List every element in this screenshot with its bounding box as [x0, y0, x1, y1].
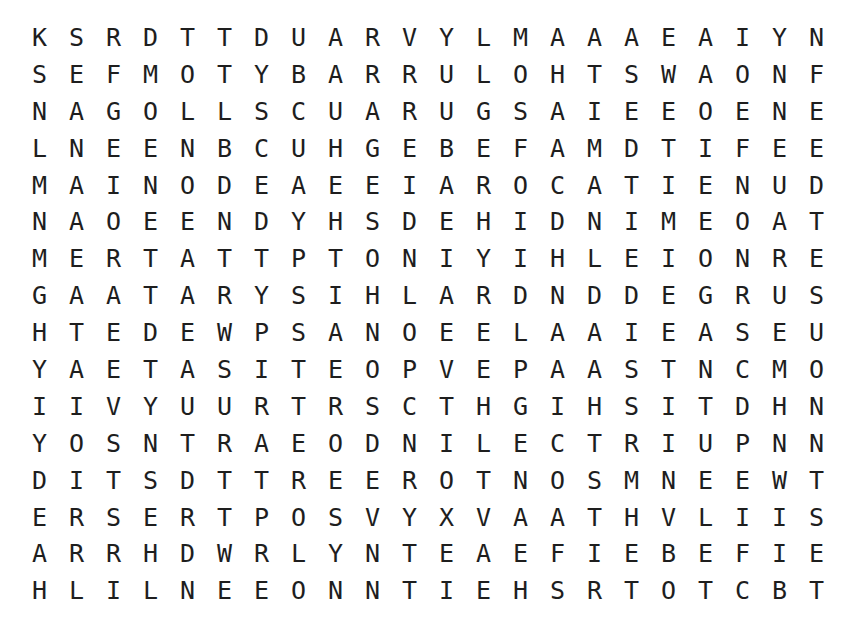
- grid-cell[interactable]: I: [687, 130, 724, 167]
- grid-cell[interactable]: R: [354, 56, 391, 93]
- grid-cell[interactable]: T: [206, 19, 243, 56]
- grid-cell[interactable]: D: [539, 203, 576, 240]
- grid-cell[interactable]: A: [576, 167, 613, 204]
- grid-cell[interactable]: E: [613, 93, 650, 130]
- grid-cell[interactable]: R: [58, 535, 95, 572]
- grid-cell[interactable]: E: [724, 93, 761, 130]
- grid-cell[interactable]: A: [428, 167, 465, 204]
- grid-cell[interactable]: P: [243, 314, 280, 351]
- grid-cell[interactable]: O: [317, 425, 354, 462]
- grid-cell[interactable]: D: [613, 277, 650, 314]
- grid-cell[interactable]: A: [539, 130, 576, 167]
- grid-cell[interactable]: S: [576, 462, 613, 499]
- grid-cell[interactable]: L: [391, 277, 428, 314]
- grid-cell[interactable]: E: [798, 130, 835, 167]
- grid-cell[interactable]: Y: [21, 425, 58, 462]
- grid-cell[interactable]: I: [613, 314, 650, 351]
- grid-cell[interactable]: T: [243, 462, 280, 499]
- grid-cell[interactable]: N: [798, 425, 835, 462]
- grid-cell[interactable]: E: [798, 93, 835, 130]
- grid-cell[interactable]: I: [58, 462, 95, 499]
- grid-cell[interactable]: P: [280, 240, 317, 277]
- grid-cell[interactable]: R: [58, 499, 95, 536]
- grid-cell[interactable]: S: [539, 572, 576, 609]
- grid-cell[interactable]: K: [21, 19, 58, 56]
- grid-cell[interactable]: G: [95, 93, 132, 130]
- grid-cell[interactable]: N: [317, 572, 354, 609]
- grid-cell[interactable]: N: [391, 425, 428, 462]
- grid-cell[interactable]: T: [58, 314, 95, 351]
- grid-cell[interactable]: E: [428, 203, 465, 240]
- grid-cell[interactable]: O: [354, 240, 391, 277]
- grid-cell[interactable]: A: [613, 19, 650, 56]
- grid-cell[interactable]: A: [95, 277, 132, 314]
- grid-cell[interactable]: V: [465, 499, 502, 536]
- grid-cell[interactable]: S: [354, 203, 391, 240]
- grid-cell[interactable]: V: [391, 19, 428, 56]
- grid-cell[interactable]: H: [465, 388, 502, 425]
- grid-cell[interactable]: S: [206, 351, 243, 388]
- grid-cell[interactable]: T: [95, 462, 132, 499]
- grid-cell[interactable]: E: [317, 351, 354, 388]
- grid-cell[interactable]: E: [650, 19, 687, 56]
- grid-cell[interactable]: U: [761, 167, 798, 204]
- grid-cell[interactable]: A: [317, 56, 354, 93]
- grid-cell[interactable]: D: [502, 277, 539, 314]
- grid-cell[interactable]: R: [576, 572, 613, 609]
- grid-cell[interactable]: H: [502, 572, 539, 609]
- grid-cell[interactable]: A: [280, 167, 317, 204]
- grid-cell[interactable]: T: [613, 167, 650, 204]
- grid-cell[interactable]: N: [687, 351, 724, 388]
- grid-cell[interactable]: R: [391, 56, 428, 93]
- grid-cell[interactable]: S: [502, 93, 539, 130]
- grid-cell[interactable]: T: [243, 240, 280, 277]
- grid-cell[interactable]: N: [21, 203, 58, 240]
- grid-cell[interactable]: I: [650, 240, 687, 277]
- grid-cell[interactable]: A: [58, 167, 95, 204]
- grid-cell[interactable]: E: [391, 130, 428, 167]
- grid-cell[interactable]: E: [798, 535, 835, 572]
- grid-cell[interactable]: N: [169, 130, 206, 167]
- grid-cell[interactable]: T: [613, 572, 650, 609]
- grid-cell[interactable]: E: [798, 240, 835, 277]
- grid-cell[interactable]: S: [280, 314, 317, 351]
- grid-cell[interactable]: E: [502, 535, 539, 572]
- grid-cell[interactable]: V: [95, 388, 132, 425]
- grid-cell[interactable]: O: [539, 462, 576, 499]
- grid-cell[interactable]: N: [354, 314, 391, 351]
- grid-cell[interactable]: E: [687, 203, 724, 240]
- grid-cell[interactable]: Y: [243, 56, 280, 93]
- grid-cell[interactable]: R: [465, 167, 502, 204]
- grid-cell[interactable]: G: [465, 93, 502, 130]
- grid-cell[interactable]: E: [169, 314, 206, 351]
- grid-cell[interactable]: H: [317, 203, 354, 240]
- grid-cell[interactable]: O: [798, 351, 835, 388]
- grid-cell[interactable]: A: [58, 93, 95, 130]
- grid-cell[interactable]: D: [798, 167, 835, 204]
- grid-cell[interactable]: I: [95, 167, 132, 204]
- grid-cell[interactable]: M: [21, 167, 58, 204]
- grid-cell[interactable]: R: [206, 425, 243, 462]
- grid-cell[interactable]: F: [798, 56, 835, 93]
- grid-cell[interactable]: Y: [761, 19, 798, 56]
- grid-cell[interactable]: T: [169, 19, 206, 56]
- grid-cell[interactable]: L: [502, 314, 539, 351]
- grid-cell[interactable]: S: [613, 56, 650, 93]
- grid-cell[interactable]: N: [761, 56, 798, 93]
- grid-cell[interactable]: S: [21, 56, 58, 93]
- grid-cell[interactable]: N: [761, 425, 798, 462]
- grid-cell[interactable]: P: [243, 499, 280, 536]
- grid-cell[interactable]: Y: [317, 535, 354, 572]
- grid-cell[interactable]: T: [132, 351, 169, 388]
- grid-cell[interactable]: N: [169, 572, 206, 609]
- grid-cell[interactable]: B: [761, 572, 798, 609]
- grid-cell[interactable]: S: [354, 388, 391, 425]
- grid-cell[interactable]: T: [465, 462, 502, 499]
- grid-cell[interactable]: L: [58, 572, 95, 609]
- grid-cell[interactable]: B: [206, 130, 243, 167]
- grid-cell[interactable]: R: [354, 19, 391, 56]
- grid-cell[interactable]: T: [576, 425, 613, 462]
- grid-cell[interactable]: E: [650, 314, 687, 351]
- grid-cell[interactable]: O: [650, 572, 687, 609]
- grid-cell[interactable]: N: [21, 93, 58, 130]
- grid-cell[interactable]: I: [650, 425, 687, 462]
- grid-cell[interactable]: I: [428, 572, 465, 609]
- grid-cell[interactable]: M: [613, 462, 650, 499]
- grid-cell[interactable]: R: [95, 19, 132, 56]
- grid-cell[interactable]: A: [761, 203, 798, 240]
- grid-cell[interactable]: L: [169, 93, 206, 130]
- grid-cell[interactable]: E: [317, 167, 354, 204]
- grid-cell[interactable]: E: [428, 314, 465, 351]
- grid-cell[interactable]: N: [58, 130, 95, 167]
- grid-cell[interactable]: D: [243, 19, 280, 56]
- grid-cell[interactable]: X: [428, 499, 465, 536]
- grid-cell[interactable]: E: [95, 314, 132, 351]
- grid-cell[interactable]: N: [391, 240, 428, 277]
- grid-cell[interactable]: A: [502, 499, 539, 536]
- grid-cell[interactable]: T: [687, 388, 724, 425]
- grid-cell[interactable]: U: [428, 93, 465, 130]
- grid-cell[interactable]: S: [613, 388, 650, 425]
- grid-cell[interactable]: M: [761, 351, 798, 388]
- grid-cell[interactable]: P: [724, 425, 761, 462]
- grid-cell[interactable]: N: [761, 93, 798, 130]
- grid-cell[interactable]: H: [354, 277, 391, 314]
- grid-cell[interactable]: R: [761, 240, 798, 277]
- grid-cell[interactable]: I: [724, 19, 761, 56]
- grid-cell[interactable]: D: [576, 277, 613, 314]
- grid-cell[interactable]: L: [465, 425, 502, 462]
- grid-cell[interactable]: F: [95, 56, 132, 93]
- grid-cell[interactable]: U: [761, 277, 798, 314]
- grid-cell[interactable]: T: [576, 56, 613, 93]
- grid-cell[interactable]: R: [280, 462, 317, 499]
- grid-cell[interactable]: A: [539, 19, 576, 56]
- grid-cell[interactable]: D: [21, 462, 58, 499]
- grid-cell[interactable]: D: [391, 203, 428, 240]
- grid-cell[interactable]: O: [280, 572, 317, 609]
- grid-cell[interactable]: I: [95, 572, 132, 609]
- grid-cell[interactable]: M: [650, 203, 687, 240]
- grid-cell[interactable]: A: [687, 56, 724, 93]
- grid-cell[interactable]: S: [798, 277, 835, 314]
- grid-cell[interactable]: I: [539, 388, 576, 425]
- grid-cell[interactable]: T: [280, 351, 317, 388]
- grid-cell[interactable]: T: [206, 462, 243, 499]
- grid-cell[interactable]: A: [576, 19, 613, 56]
- grid-cell[interactable]: Y: [243, 277, 280, 314]
- grid-cell[interactable]: U: [169, 388, 206, 425]
- grid-cell[interactable]: U: [317, 93, 354, 130]
- grid-cell[interactable]: E: [465, 314, 502, 351]
- grid-cell[interactable]: R: [95, 535, 132, 572]
- grid-cell[interactable]: T: [650, 130, 687, 167]
- grid-cell[interactable]: E: [58, 240, 95, 277]
- grid-cell[interactable]: R: [95, 240, 132, 277]
- grid-cell[interactable]: A: [169, 351, 206, 388]
- grid-cell[interactable]: C: [539, 167, 576, 204]
- grid-cell[interactable]: N: [354, 572, 391, 609]
- grid-cell[interactable]: I: [21, 388, 58, 425]
- grid-cell[interactable]: H: [21, 314, 58, 351]
- grid-cell[interactable]: N: [539, 277, 576, 314]
- grid-cell[interactable]: A: [21, 535, 58, 572]
- grid-cell[interactable]: C: [724, 572, 761, 609]
- grid-cell[interactable]: O: [169, 56, 206, 93]
- grid-cell[interactable]: O: [502, 167, 539, 204]
- grid-cell[interactable]: D: [169, 535, 206, 572]
- grid-cell[interactable]: A: [539, 93, 576, 130]
- grid-cell[interactable]: G: [502, 388, 539, 425]
- grid-cell[interactable]: F: [724, 535, 761, 572]
- grid-cell[interactable]: H: [21, 572, 58, 609]
- grid-cell[interactable]: E: [761, 130, 798, 167]
- grid-cell[interactable]: E: [206, 572, 243, 609]
- grid-cell[interactable]: M: [502, 19, 539, 56]
- grid-cell[interactable]: O: [502, 56, 539, 93]
- grid-cell[interactable]: E: [502, 425, 539, 462]
- grid-cell[interactable]: N: [724, 167, 761, 204]
- grid-cell[interactable]: E: [724, 462, 761, 499]
- grid-cell[interactable]: V: [354, 499, 391, 536]
- grid-cell[interactable]: S: [95, 499, 132, 536]
- grid-cell[interactable]: I: [613, 203, 650, 240]
- grid-cell[interactable]: O: [354, 351, 391, 388]
- grid-cell[interactable]: E: [58, 56, 95, 93]
- grid-cell[interactable]: H: [539, 240, 576, 277]
- grid-cell[interactable]: P: [502, 351, 539, 388]
- grid-cell[interactable]: E: [95, 351, 132, 388]
- grid-cell[interactable]: A: [317, 314, 354, 351]
- grid-cell[interactable]: N: [724, 240, 761, 277]
- grid-cell[interactable]: R: [206, 277, 243, 314]
- grid-cell[interactable]: O: [687, 93, 724, 130]
- grid-cell[interactable]: A: [354, 93, 391, 130]
- grid-cell[interactable]: B: [650, 535, 687, 572]
- grid-cell[interactable]: G: [21, 277, 58, 314]
- grid-cell[interactable]: O: [95, 203, 132, 240]
- grid-cell[interactable]: F: [724, 130, 761, 167]
- grid-cell[interactable]: R: [391, 462, 428, 499]
- grid-cell[interactable]: A: [169, 240, 206, 277]
- grid-cell[interactable]: T: [428, 388, 465, 425]
- grid-cell[interactable]: C: [243, 130, 280, 167]
- grid-cell[interactable]: Y: [428, 19, 465, 56]
- grid-cell[interactable]: N: [798, 19, 835, 56]
- grid-cell[interactable]: E: [280, 425, 317, 462]
- grid-cell[interactable]: F: [502, 130, 539, 167]
- grid-cell[interactable]: S: [243, 93, 280, 130]
- grid-cell[interactable]: I: [58, 388, 95, 425]
- grid-cell[interactable]: S: [95, 425, 132, 462]
- grid-cell[interactable]: C: [280, 93, 317, 130]
- grid-cell[interactable]: A: [58, 277, 95, 314]
- grid-cell[interactable]: L: [465, 19, 502, 56]
- grid-cell[interactable]: L: [280, 535, 317, 572]
- grid-cell[interactable]: I: [428, 240, 465, 277]
- grid-cell[interactable]: E: [687, 167, 724, 204]
- grid-cell[interactable]: C: [391, 388, 428, 425]
- grid-cell[interactable]: E: [21, 499, 58, 536]
- grid-cell[interactable]: A: [58, 351, 95, 388]
- grid-cell[interactable]: T: [687, 572, 724, 609]
- grid-cell[interactable]: E: [354, 167, 391, 204]
- grid-cell[interactable]: O: [280, 499, 317, 536]
- grid-cell[interactable]: E: [650, 93, 687, 130]
- grid-cell[interactable]: A: [169, 277, 206, 314]
- grid-cell[interactable]: E: [465, 130, 502, 167]
- grid-cell[interactable]: T: [169, 425, 206, 462]
- grid-cell[interactable]: I: [243, 351, 280, 388]
- grid-cell[interactable]: I: [650, 167, 687, 204]
- grid-cell[interactable]: A: [317, 19, 354, 56]
- grid-cell[interactable]: I: [391, 167, 428, 204]
- grid-cell[interactable]: I: [502, 240, 539, 277]
- grid-cell[interactable]: R: [391, 93, 428, 130]
- grid-cell[interactable]: D: [132, 19, 169, 56]
- grid-cell[interactable]: H: [576, 388, 613, 425]
- grid-cell[interactable]: C: [539, 425, 576, 462]
- grid-cell[interactable]: A: [58, 203, 95, 240]
- grid-cell[interactable]: R: [317, 388, 354, 425]
- grid-cell[interactable]: A: [687, 314, 724, 351]
- grid-cell[interactable]: D: [613, 130, 650, 167]
- grid-cell[interactable]: Y: [465, 240, 502, 277]
- grid-cell[interactable]: R: [243, 388, 280, 425]
- grid-cell[interactable]: Y: [391, 499, 428, 536]
- grid-cell[interactable]: N: [502, 462, 539, 499]
- grid-cell[interactable]: C: [724, 351, 761, 388]
- grid-cell[interactable]: U: [428, 56, 465, 93]
- grid-cell[interactable]: R: [613, 425, 650, 462]
- grid-cell[interactable]: F: [539, 535, 576, 572]
- grid-cell[interactable]: A: [465, 535, 502, 572]
- grid-cell[interactable]: U: [280, 130, 317, 167]
- grid-cell[interactable]: A: [539, 351, 576, 388]
- grid-cell[interactable]: I: [502, 203, 539, 240]
- grid-cell[interactable]: H: [132, 535, 169, 572]
- grid-cell[interactable]: U: [280, 19, 317, 56]
- grid-cell[interactable]: N: [650, 462, 687, 499]
- grid-cell[interactable]: B: [428, 130, 465, 167]
- grid-cell[interactable]: R: [243, 535, 280, 572]
- grid-cell[interactable]: E: [465, 351, 502, 388]
- grid-cell[interactable]: T: [391, 535, 428, 572]
- grid-cell[interactable]: A: [539, 499, 576, 536]
- grid-cell[interactable]: D: [243, 203, 280, 240]
- grid-cell[interactable]: V: [428, 351, 465, 388]
- grid-cell[interactable]: N: [206, 203, 243, 240]
- grid-cell[interactable]: L: [206, 93, 243, 130]
- grid-cell[interactable]: U: [687, 425, 724, 462]
- grid-cell[interactable]: H: [465, 203, 502, 240]
- grid-cell[interactable]: A: [243, 425, 280, 462]
- grid-cell[interactable]: E: [428, 535, 465, 572]
- grid-cell[interactable]: D: [354, 425, 391, 462]
- grid-cell[interactable]: R: [169, 499, 206, 536]
- grid-cell[interactable]: I: [650, 388, 687, 425]
- grid-cell[interactable]: S: [724, 314, 761, 351]
- grid-cell[interactable]: S: [798, 499, 835, 536]
- grid-cell[interactable]: S: [317, 499, 354, 536]
- grid-cell[interactable]: I: [761, 499, 798, 536]
- grid-cell[interactable]: E: [687, 535, 724, 572]
- grid-cell[interactable]: E: [132, 499, 169, 536]
- grid-cell[interactable]: O: [724, 56, 761, 93]
- grid-cell[interactable]: Y: [21, 351, 58, 388]
- grid-cell[interactable]: V: [650, 499, 687, 536]
- grid-cell[interactable]: D: [132, 314, 169, 351]
- grid-cell[interactable]: E: [465, 572, 502, 609]
- grid-cell[interactable]: G: [687, 277, 724, 314]
- grid-cell[interactable]: E: [243, 572, 280, 609]
- grid-cell[interactable]: E: [95, 130, 132, 167]
- grid-cell[interactable]: W: [650, 56, 687, 93]
- grid-cell[interactable]: A: [687, 19, 724, 56]
- grid-cell[interactable]: I: [724, 499, 761, 536]
- grid-cell[interactable]: U: [206, 388, 243, 425]
- grid-cell[interactable]: H: [317, 130, 354, 167]
- grid-cell[interactable]: E: [317, 462, 354, 499]
- grid-cell[interactable]: T: [317, 240, 354, 277]
- grid-cell[interactable]: O: [58, 425, 95, 462]
- grid-cell[interactable]: E: [687, 462, 724, 499]
- grid-cell[interactable]: A: [576, 351, 613, 388]
- grid-cell[interactable]: E: [132, 130, 169, 167]
- grid-cell[interactable]: B: [280, 56, 317, 93]
- grid-cell[interactable]: W: [206, 314, 243, 351]
- grid-cell[interactable]: T: [798, 462, 835, 499]
- grid-cell[interactable]: O: [724, 203, 761, 240]
- grid-cell[interactable]: E: [613, 240, 650, 277]
- grid-cell[interactable]: N: [576, 203, 613, 240]
- grid-cell[interactable]: I: [317, 277, 354, 314]
- grid-cell[interactable]: Y: [132, 388, 169, 425]
- grid-cell[interactable]: S: [58, 19, 95, 56]
- grid-cell[interactable]: T: [206, 240, 243, 277]
- grid-cell[interactable]: T: [206, 56, 243, 93]
- grid-cell[interactable]: T: [206, 499, 243, 536]
- grid-cell[interactable]: N: [354, 535, 391, 572]
- grid-cell[interactable]: P: [391, 351, 428, 388]
- grid-cell[interactable]: I: [761, 535, 798, 572]
- grid-cell[interactable]: I: [576, 535, 613, 572]
